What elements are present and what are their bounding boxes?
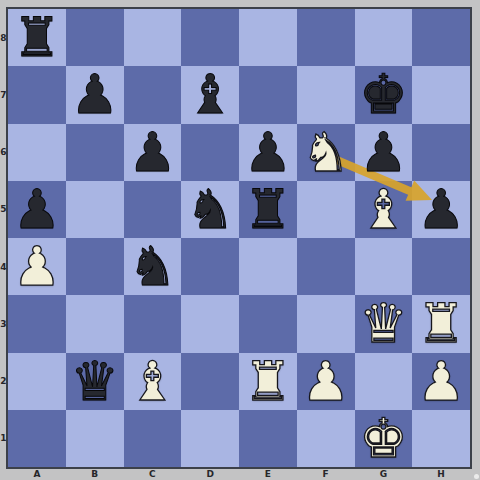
square-g5[interactable]: ♝ (355, 181, 413, 238)
piece-black-pawn: ♟ (359, 124, 407, 181)
square-c3[interactable] (124, 295, 182, 352)
square-h3[interactable]: ♜ (412, 295, 470, 352)
square-e2[interactable]: ♜ (239, 353, 297, 410)
corner-dot (474, 474, 479, 479)
square-h8[interactable] (412, 9, 470, 66)
square-d1[interactable] (181, 410, 239, 467)
file-label-f: F (297, 468, 355, 480)
file-label-e: E (239, 468, 297, 480)
square-f2[interactable]: ♟ (297, 353, 355, 410)
square-a3[interactable] (8, 295, 66, 352)
square-a1[interactable] (8, 410, 66, 467)
piece-black-rook: ♜ (244, 181, 292, 238)
file-label-h: H (412, 468, 470, 480)
square-e5[interactable]: ♜ (239, 181, 297, 238)
rank-label-3: 3 (0, 295, 7, 352)
square-c4[interactable]: ♞ (124, 238, 182, 295)
square-c7[interactable] (124, 66, 182, 123)
square-a4[interactable]: ♟ (8, 238, 66, 295)
piece-black-king: ♚ (359, 66, 407, 123)
square-d7[interactable]: ♝ (181, 66, 239, 123)
square-e8[interactable] (239, 9, 297, 66)
rank-label-1: 1 (0, 410, 7, 467)
square-h7[interactable] (412, 66, 470, 123)
piece-black-rook: ♜ (13, 9, 61, 66)
square-f1[interactable] (297, 410, 355, 467)
square-a2[interactable] (8, 353, 66, 410)
square-d8[interactable] (181, 9, 239, 66)
rank-label-4: 4 (0, 238, 7, 295)
piece-black-pawn: ♟ (244, 124, 292, 181)
square-e1[interactable] (239, 410, 297, 467)
square-g6[interactable]: ♟ (355, 124, 413, 181)
square-b4[interactable] (66, 238, 124, 295)
square-b8[interactable] (66, 9, 124, 66)
square-d5[interactable]: ♞ (181, 181, 239, 238)
piece-black-knight: ♞ (128, 238, 176, 295)
square-h4[interactable] (412, 238, 470, 295)
square-d2[interactable] (181, 353, 239, 410)
square-c6[interactable]: ♟ (124, 124, 182, 181)
square-e6[interactable]: ♟ (239, 124, 297, 181)
piece-black-knight: ♞ (186, 181, 234, 238)
square-c5[interactable] (124, 181, 182, 238)
square-g4[interactable] (355, 238, 413, 295)
square-b2[interactable]: ♛ (66, 353, 124, 410)
square-c8[interactable] (124, 9, 182, 66)
square-f7[interactable] (297, 66, 355, 123)
square-g2[interactable] (355, 353, 413, 410)
square-e4[interactable] (239, 238, 297, 295)
square-c1[interactable] (124, 410, 182, 467)
square-a5[interactable]: ♟ (8, 181, 66, 238)
rank-label-2: 2 (0, 353, 7, 410)
rank-label-5: 5 (0, 181, 7, 238)
file-label-a: A (8, 468, 66, 480)
square-g3[interactable]: ♛ (355, 295, 413, 352)
square-g7[interactable]: ♚ (355, 66, 413, 123)
square-b6[interactable] (66, 124, 124, 181)
square-h1[interactable] (412, 410, 470, 467)
piece-white-rook: ♜ (244, 353, 292, 410)
piece-black-pawn: ♟ (417, 181, 465, 238)
piece-white-king: ♚ (359, 410, 407, 467)
piece-white-knight: ♞ (301, 124, 349, 181)
piece-white-rook: ♜ (417, 295, 465, 352)
square-h2[interactable]: ♟ (412, 353, 470, 410)
square-e3[interactable] (239, 295, 297, 352)
square-d4[interactable] (181, 238, 239, 295)
file-label-b: B (66, 468, 124, 480)
square-c2[interactable]: ♝ (124, 353, 182, 410)
square-e7[interactable] (239, 66, 297, 123)
file-label-g: G (355, 468, 413, 480)
rank-label-8: 8 (0, 9, 7, 66)
piece-white-bishop: ♝ (128, 353, 176, 410)
square-h6[interactable] (412, 124, 470, 181)
rank-label-6: 6 (0, 124, 7, 181)
square-f4[interactable] (297, 238, 355, 295)
piece-white-pawn: ♟ (301, 353, 349, 410)
file-label-c: C (124, 468, 182, 480)
piece-black-pawn: ♟ (70, 66, 118, 123)
piece-white-pawn: ♟ (417, 353, 465, 410)
square-h5[interactable]: ♟ (412, 181, 470, 238)
square-d6[interactable] (181, 124, 239, 181)
board: ♜♟♝♚♟♟♞♟♟♞♜♝♟♟♞♛♜♛♝♜♟♟♚ (8, 9, 470, 467)
square-d3[interactable] (181, 295, 239, 352)
piece-white-pawn: ♟ (13, 238, 61, 295)
piece-white-queen: ♛ (359, 295, 407, 352)
piece-black-pawn: ♟ (13, 181, 61, 238)
square-b5[interactable] (66, 181, 124, 238)
square-f3[interactable] (297, 295, 355, 352)
square-f6[interactable]: ♞ (297, 124, 355, 181)
piece-white-bishop: ♝ (359, 181, 407, 238)
piece-black-pawn: ♟ (128, 124, 176, 181)
square-f8[interactable] (297, 9, 355, 66)
piece-black-bishop: ♝ (186, 66, 234, 123)
square-b1[interactable] (66, 410, 124, 467)
square-g1[interactable]: ♚ (355, 410, 413, 467)
square-a6[interactable] (8, 124, 66, 181)
square-f5[interactable] (297, 181, 355, 238)
square-b3[interactable] (66, 295, 124, 352)
square-a7[interactable] (8, 66, 66, 123)
square-a8[interactable]: ♜ (8, 9, 66, 66)
piece-black-queen: ♛ (70, 353, 118, 410)
square-b7[interactable]: ♟ (66, 66, 124, 123)
square-g8[interactable] (355, 9, 413, 66)
file-label-d: D (181, 468, 239, 480)
chess-board-frame: ♜♟♝♚♟♟♞♟♟♞♜♝♟♟♞♛♜♛♝♜♟♟♚ (6, 7, 472, 469)
rank-label-7: 7 (0, 66, 7, 123)
chess-app-window: { "game": "chess", "position": "r7/1p1b2… (0, 0, 480, 480)
